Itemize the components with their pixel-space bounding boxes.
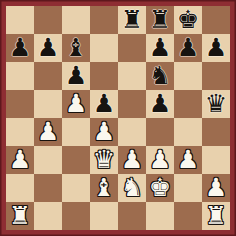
white-rook-a1[interactable]: ♜ xyxy=(9,202,31,230)
black-pawn-b7[interactable]: ♟ xyxy=(37,34,59,62)
square-b8[interactable] xyxy=(34,6,62,34)
black-pawn-f5[interactable]: ♟ xyxy=(149,90,171,118)
white-pawn-h2[interactable]: ♟ xyxy=(205,174,227,202)
square-b5[interactable] xyxy=(34,90,62,118)
square-c7[interactable]: ♝ xyxy=(62,34,90,62)
square-h1[interactable]: ♜ xyxy=(202,202,230,230)
square-g6[interactable] xyxy=(174,62,202,90)
square-h5[interactable]: ♛ xyxy=(202,90,230,118)
black-rook-e8[interactable]: ♜ xyxy=(121,6,143,34)
white-knight-e2[interactable]: ♞ xyxy=(121,174,143,202)
square-c1[interactable] xyxy=(62,202,90,230)
chess-board: ♜♜♚♟♟♝♟♟♟♟♞♟♟♟♛♟♟♟♛♟♟♟♝♞♚♟♜♜ xyxy=(6,6,230,230)
square-h6[interactable] xyxy=(202,62,230,90)
square-e2[interactable]: ♞ xyxy=(118,174,146,202)
square-g2[interactable] xyxy=(174,174,202,202)
white-rook-h1[interactable]: ♜ xyxy=(205,202,227,230)
square-b3[interactable] xyxy=(34,146,62,174)
square-f7[interactable]: ♟ xyxy=(146,34,174,62)
square-a1[interactable]: ♜ xyxy=(6,202,34,230)
square-c3[interactable] xyxy=(62,146,90,174)
white-pawn-e3[interactable]: ♟ xyxy=(121,146,143,174)
white-pawn-b4[interactable]: ♟ xyxy=(37,118,59,146)
square-e8[interactable]: ♜ xyxy=(118,6,146,34)
white-king-f2[interactable]: ♚ xyxy=(149,174,171,202)
square-a2[interactable] xyxy=(6,174,34,202)
square-c6[interactable]: ♟ xyxy=(62,62,90,90)
square-e4[interactable] xyxy=(118,118,146,146)
black-pawn-g7[interactable]: ♟ xyxy=(177,34,199,62)
square-h4[interactable] xyxy=(202,118,230,146)
square-f4[interactable] xyxy=(146,118,174,146)
square-e5[interactable] xyxy=(118,90,146,118)
square-c2[interactable] xyxy=(62,174,90,202)
white-pawn-c5[interactable]: ♟ xyxy=(65,90,87,118)
square-d3[interactable]: ♛ xyxy=(90,146,118,174)
square-f3[interactable]: ♟ xyxy=(146,146,174,174)
black-pawn-h7[interactable]: ♟ xyxy=(205,34,227,62)
black-queen-h5[interactable]: ♛ xyxy=(205,90,227,118)
square-f8[interactable]: ♜ xyxy=(146,6,174,34)
square-f1[interactable] xyxy=(146,202,174,230)
square-d4[interactable]: ♟ xyxy=(90,118,118,146)
square-h7[interactable]: ♟ xyxy=(202,34,230,62)
black-bishop-c7[interactable]: ♝ xyxy=(65,34,87,62)
square-h2[interactable]: ♟ xyxy=(202,174,230,202)
square-e3[interactable]: ♟ xyxy=(118,146,146,174)
square-b1[interactable] xyxy=(34,202,62,230)
square-g7[interactable]: ♟ xyxy=(174,34,202,62)
black-pawn-c6[interactable]: ♟ xyxy=(65,62,87,90)
white-pawn-d4[interactable]: ♟ xyxy=(93,118,115,146)
square-a4[interactable] xyxy=(6,118,34,146)
square-h8[interactable] xyxy=(202,6,230,34)
square-a5[interactable] xyxy=(6,90,34,118)
black-pawn-f7[interactable]: ♟ xyxy=(149,34,171,62)
black-knight-f6[interactable]: ♞ xyxy=(149,62,171,90)
square-a3[interactable]: ♟ xyxy=(6,146,34,174)
square-g3[interactable]: ♟ xyxy=(174,146,202,174)
square-g1[interactable] xyxy=(174,202,202,230)
square-b4[interactable]: ♟ xyxy=(34,118,62,146)
square-g8[interactable]: ♚ xyxy=(174,6,202,34)
white-queen-d3[interactable]: ♛ xyxy=(93,146,115,174)
square-c5[interactable]: ♟ xyxy=(62,90,90,118)
square-e6[interactable] xyxy=(118,62,146,90)
square-d6[interactable] xyxy=(90,62,118,90)
square-d8[interactable] xyxy=(90,6,118,34)
square-e7[interactable] xyxy=(118,34,146,62)
square-e1[interactable] xyxy=(118,202,146,230)
square-b6[interactable] xyxy=(34,62,62,90)
square-a7[interactable]: ♟ xyxy=(6,34,34,62)
square-f5[interactable]: ♟ xyxy=(146,90,174,118)
square-h3[interactable] xyxy=(202,146,230,174)
square-d7[interactable] xyxy=(90,34,118,62)
square-f6[interactable]: ♞ xyxy=(146,62,174,90)
white-pawn-f3[interactable]: ♟ xyxy=(149,146,171,174)
square-d5[interactable]: ♟ xyxy=(90,90,118,118)
square-a6[interactable] xyxy=(6,62,34,90)
white-pawn-a3[interactable]: ♟ xyxy=(9,146,31,174)
board-frame: ♜♜♚♟♟♝♟♟♟♟♞♟♟♟♛♟♟♟♛♟♟♟♝♞♚♟♜♜ xyxy=(0,0,236,236)
black-king-g8[interactable]: ♚ xyxy=(177,6,199,34)
black-pawn-d5[interactable]: ♟ xyxy=(93,90,115,118)
white-pawn-g3[interactable]: ♟ xyxy=(177,146,199,174)
white-bishop-d2[interactable]: ♝ xyxy=(93,174,115,202)
square-b7[interactable]: ♟ xyxy=(34,34,62,62)
square-c8[interactable] xyxy=(62,6,90,34)
square-c4[interactable] xyxy=(62,118,90,146)
square-g5[interactable] xyxy=(174,90,202,118)
black-rook-f8[interactable]: ♜ xyxy=(149,6,171,34)
square-g4[interactable] xyxy=(174,118,202,146)
square-f2[interactable]: ♚ xyxy=(146,174,174,202)
square-d2[interactable]: ♝ xyxy=(90,174,118,202)
square-a8[interactable] xyxy=(6,6,34,34)
square-b2[interactable] xyxy=(34,174,62,202)
square-d1[interactable] xyxy=(90,202,118,230)
black-pawn-a7[interactable]: ♟ xyxy=(9,34,31,62)
